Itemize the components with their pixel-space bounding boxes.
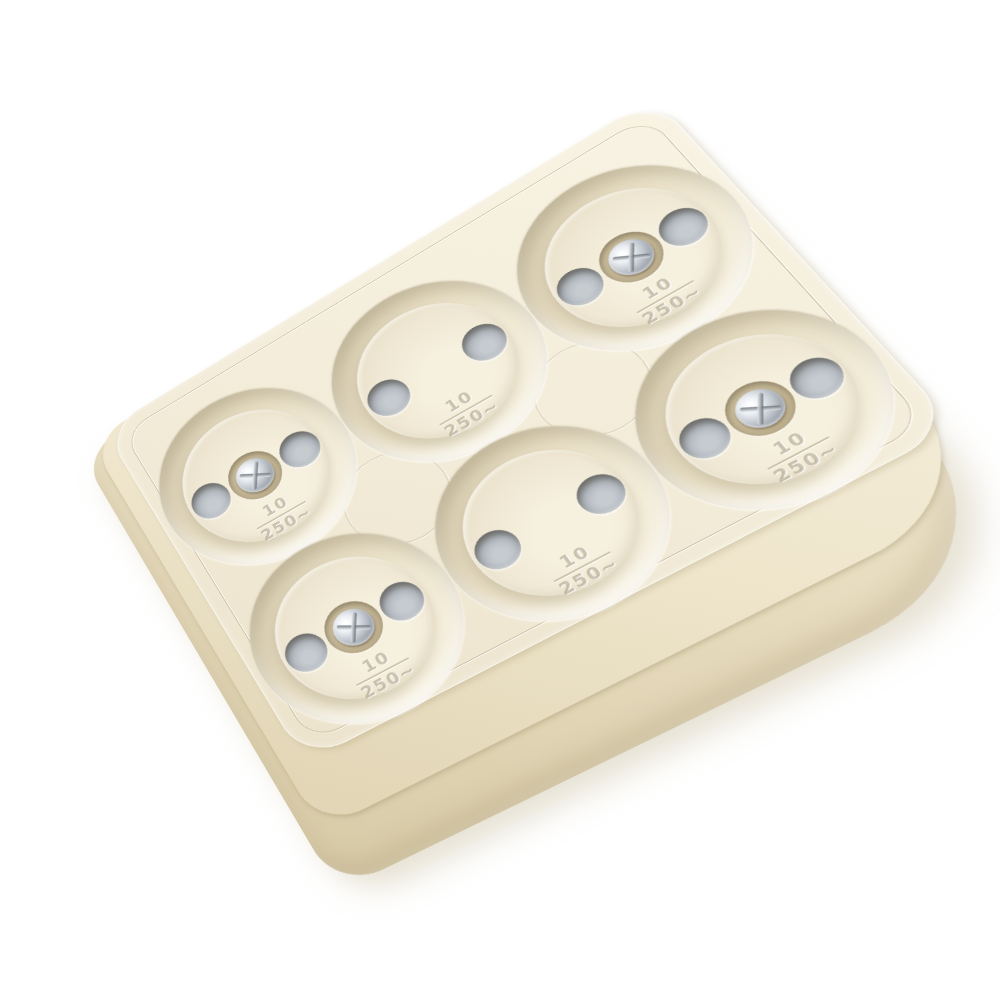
center-screw <box>325 602 381 653</box>
socket-block: 10250~10250~10250~10250~10250~10250~ <box>104 96 957 763</box>
photo-canvas: 10250~10250~10250~10250~10250~10250~ <box>0 0 1000 1000</box>
socket-grid: 10250~10250~10250~10250~10250~10250~ <box>104 96 653 430</box>
